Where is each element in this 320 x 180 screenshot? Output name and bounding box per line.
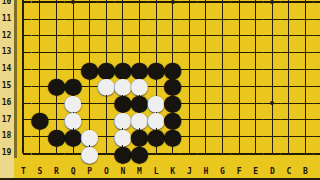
star-point [171,0,175,4]
board-cell-T18[interactable] [15,128,32,145]
col-label-R: R [48,166,65,178]
col-label-L: L [148,166,165,178]
board-cell-F13[interactable] [231,44,248,61]
board-cell-F18[interactable] [231,128,248,145]
black-stone-Q18[interactable]: ● [65,128,82,145]
board-cell-E10[interactable] [247,0,264,11]
board-cell-D15[interactable] [264,78,281,95]
board-cell-Q19[interactable] [65,145,82,162]
board-cell-H13[interactable] [198,44,215,61]
go-board-grid: ●●●●●●●●●●●●●●●●●●●●●●●●●●●●●●●●● [15,0,320,162]
board-cell-J15[interactable] [181,78,198,95]
board-cell-A15[interactable] [314,78,320,95]
board-cell-H19[interactable] [198,145,215,162]
board-cell-S19[interactable] [32,145,49,162]
board-cell-G19[interactable] [214,145,231,162]
board-cell-Q10[interactable] [65,0,82,11]
board-cell-C14[interactable] [281,61,298,78]
black-stone-L18[interactable]: ● [148,128,165,145]
board-cell-S12[interactable] [32,28,49,45]
col-label-K: K [164,166,181,178]
board-cell-K19[interactable] [164,145,181,162]
board-cell-J14[interactable] [181,61,198,78]
board-cell-L11[interactable] [148,11,165,28]
board-cell-S15[interactable] [32,78,49,95]
board-cell-D17[interactable] [264,112,281,129]
col-label-N: N [115,166,132,178]
board-cell-B19[interactable] [297,145,314,162]
col-label-H: H [198,166,215,178]
board-cell-L18[interactable]: ● [148,128,165,145]
board-cell-D14[interactable] [264,61,281,78]
row-label-15: 15 [0,78,13,95]
board-cell-D16[interactable] [264,95,281,112]
board-cell-K11[interactable] [164,11,181,28]
board-cell-H10[interactable] [198,0,215,11]
row-label-17: 17 [0,112,13,129]
black-stone-N19[interactable]: ● [115,145,132,162]
black-stone-L14[interactable]: ● [148,61,165,78]
col-label-C: C [281,166,298,178]
board-cell-O12[interactable] [98,28,115,45]
board-cell-T13[interactable] [15,44,32,61]
board-cell-P14[interactable]: ● [81,61,98,78]
board-cell-F15[interactable] [231,78,248,95]
board-cell-C13[interactable] [281,44,298,61]
board-cell-F10[interactable] [231,0,248,11]
col-label-B: B [297,166,314,178]
board-cell-E12[interactable] [247,28,264,45]
star-point [71,0,75,4]
col-label-J: J [181,166,198,178]
board-cell-J11[interactable] [181,11,198,28]
col-label-S: S [32,166,49,178]
board-cell-H12[interactable] [198,28,215,45]
row-label-13: 13 [0,44,13,61]
board-cell-G13[interactable] [214,44,231,61]
board-cell-T10[interactable] [15,0,32,11]
board-cell-G17[interactable] [214,112,231,129]
board-cell-C19[interactable] [281,145,298,162]
board-cell-T19[interactable] [15,145,32,162]
board-cell-B11[interactable] [297,11,314,28]
board-cell-J19[interactable] [181,145,198,162]
board-cell-A17[interactable] [314,112,320,129]
row-label-12: 12 [0,28,13,45]
board-cell-P16[interactable] [81,95,98,112]
board-cell-E11[interactable] [247,11,264,28]
col-label-O: O [98,166,115,178]
board-cell-D12[interactable] [264,28,281,45]
board-cell-E14[interactable] [247,61,264,78]
board-cell-E16[interactable] [247,95,264,112]
board-cell-H11[interactable] [198,11,215,28]
col-label-T: T [15,166,32,178]
board-cell-E15[interactable] [247,78,264,95]
board-cell-S13[interactable] [32,44,49,61]
col-label-P: P [81,166,98,178]
col-label-M: M [131,166,148,178]
black-stone-M19[interactable]: ● [131,145,148,162]
row-label-11: 11 [0,11,13,28]
board-cell-G15[interactable] [214,78,231,95]
board-cell-R13[interactable] [48,44,65,61]
board-cell-S11[interactable] [32,11,49,28]
board-cell-F12[interactable] [231,28,248,45]
board-cell-R11[interactable] [48,11,65,28]
col-label-E: E [247,166,264,178]
board-cell-Q18[interactable]: ● [65,128,82,145]
board-cell-J16[interactable] [181,95,198,112]
board-cell-C16[interactable] [281,95,298,112]
board-cell-P11[interactable] [81,11,98,28]
board-cell-Q13[interactable] [65,44,82,61]
board-cell-D11[interactable] [264,11,281,28]
go-board-screen: ●●●●●●●●●●●●●●●●●●●●●●●●●●●●●●●●● 101112… [0,0,320,180]
board-cell-K12[interactable] [164,28,181,45]
board-cell-H16[interactable] [198,95,215,112]
board-cell-N10[interactable] [115,0,132,11]
row-label-18: 18 [0,128,13,145]
board-cell-L12[interactable] [148,28,165,45]
board-cell-C11[interactable] [281,11,298,28]
board-cell-C10[interactable] [281,0,298,11]
board-cell-M19[interactable]: ● [131,145,148,162]
board-cell-H18[interactable] [198,128,215,145]
board-cell-R12[interactable] [48,28,65,45]
board-cell-T15[interactable] [15,78,32,95]
board-cell-G16[interactable] [214,95,231,112]
board-cell-B16[interactable] [297,95,314,112]
board-cell-C12[interactable] [281,28,298,45]
board-cell-P10[interactable] [81,0,98,11]
board-cell-J18[interactable] [181,128,198,145]
board-cell-O10[interactable] [98,0,115,11]
board-cell-O11[interactable] [98,11,115,28]
board-cell-E13[interactable] [247,44,264,61]
board-cell-F16[interactable] [231,95,248,112]
board-cell-G18[interactable] [214,128,231,145]
board-cell-S18[interactable] [32,128,49,145]
row-label-19: 19 [0,145,13,162]
board-cell-N19[interactable]: ● [115,145,132,162]
board-cell-G14[interactable] [214,61,231,78]
board-cell-G10[interactable] [214,0,231,11]
col-label-F: F [231,166,248,178]
board-cell-R10[interactable] [48,0,65,11]
board-cell-K10[interactable] [164,0,181,11]
board-cell-S14[interactable] [32,61,49,78]
board-cell-J10[interactable] [181,0,198,11]
board-cell-D18[interactable] [264,128,281,145]
board-cell-B13[interactable] [297,44,314,61]
board-cell-A18[interactable] [314,128,320,145]
row-label-10: 10 [0,0,13,11]
board-cell-P12[interactable] [81,28,98,45]
board-cell-D13[interactable] [264,44,281,61]
board-cell-G12[interactable] [214,28,231,45]
board-cell-A14[interactable] [314,61,320,78]
col-label-Q: Q [65,166,82,178]
board-cell-P15[interactable] [81,78,98,95]
col-label-G: G [214,166,231,178]
board-cell-T14[interactable] [15,61,32,78]
row-label-16: 16 [0,95,13,112]
white-stone-P19[interactable]: ● [81,145,98,162]
bottom-edge-bar [0,178,320,180]
board-cell-B12[interactable] [297,28,314,45]
board-cell-F17[interactable] [231,112,248,129]
board-cell-D19[interactable] [264,145,281,162]
board-cell-M12[interactable] [131,28,148,45]
board-cell-M11[interactable] [131,11,148,28]
black-stone-P14[interactable]: ● [81,61,98,78]
board-cell-R19[interactable] [48,145,65,162]
board-cell-K18[interactable]: ● [164,128,181,145]
board-cell-A10[interactable] [314,0,320,11]
board-cell-B15[interactable] [297,78,314,95]
board-cell-Q11[interactable] [65,11,82,28]
board-cell-C15[interactable] [281,78,298,95]
board-cell-B14[interactable] [297,61,314,78]
board-cell-L19[interactable] [148,145,165,162]
board-cell-B18[interactable] [297,128,314,145]
board-cell-Q12[interactable] [65,28,82,45]
board-cell-B17[interactable] [297,112,314,129]
board-cell-D10[interactable] [264,0,281,11]
board-cell-J13[interactable] [181,44,198,61]
board-cell-F19[interactable] [231,145,248,162]
board-cell-E18[interactable] [247,128,264,145]
board-cell-L14[interactable]: ● [148,61,165,78]
star-point [270,0,274,4]
board-cell-C17[interactable] [281,112,298,129]
board-cell-A16[interactable] [314,95,320,112]
board-cell-L10[interactable] [148,0,165,11]
star-point [270,101,274,105]
board-cell-S17[interactable]: ● [32,112,49,129]
board-cell-A13[interactable] [314,44,320,61]
board-cell-G11[interactable] [214,11,231,28]
board-cell-P19[interactable]: ● [81,145,98,162]
board-cell-S10[interactable] [32,0,49,11]
board-cell-F14[interactable] [231,61,248,78]
board-cell-F11[interactable] [231,11,248,28]
board-cell-M10[interactable] [131,0,148,11]
board-cell-J12[interactable] [181,28,198,45]
board-cell-H15[interactable] [198,78,215,95]
black-stone-S17[interactable]: ● [32,112,49,129]
board-cell-E19[interactable] [247,145,264,162]
board-cell-H17[interactable] [198,112,215,129]
board-cell-T11[interactable] [15,11,32,28]
board-cell-A19[interactable] [314,145,320,162]
board-cell-B10[interactable] [297,0,314,11]
board-cell-H14[interactable] [198,61,215,78]
col-label-D: D [264,166,281,178]
board-cell-J17[interactable] [181,112,198,129]
board-cell-C18[interactable] [281,128,298,145]
board-cell-A12[interactable] [314,28,320,45]
board-cell-N11[interactable] [115,11,132,28]
black-stone-K18[interactable]: ● [164,128,181,145]
board-cell-A11[interactable] [314,11,320,28]
board-cell-E17[interactable] [247,112,264,129]
board-cell-N12[interactable] [115,28,132,45]
row-label-14: 14 [0,61,13,78]
board-cell-T12[interactable] [15,28,32,45]
